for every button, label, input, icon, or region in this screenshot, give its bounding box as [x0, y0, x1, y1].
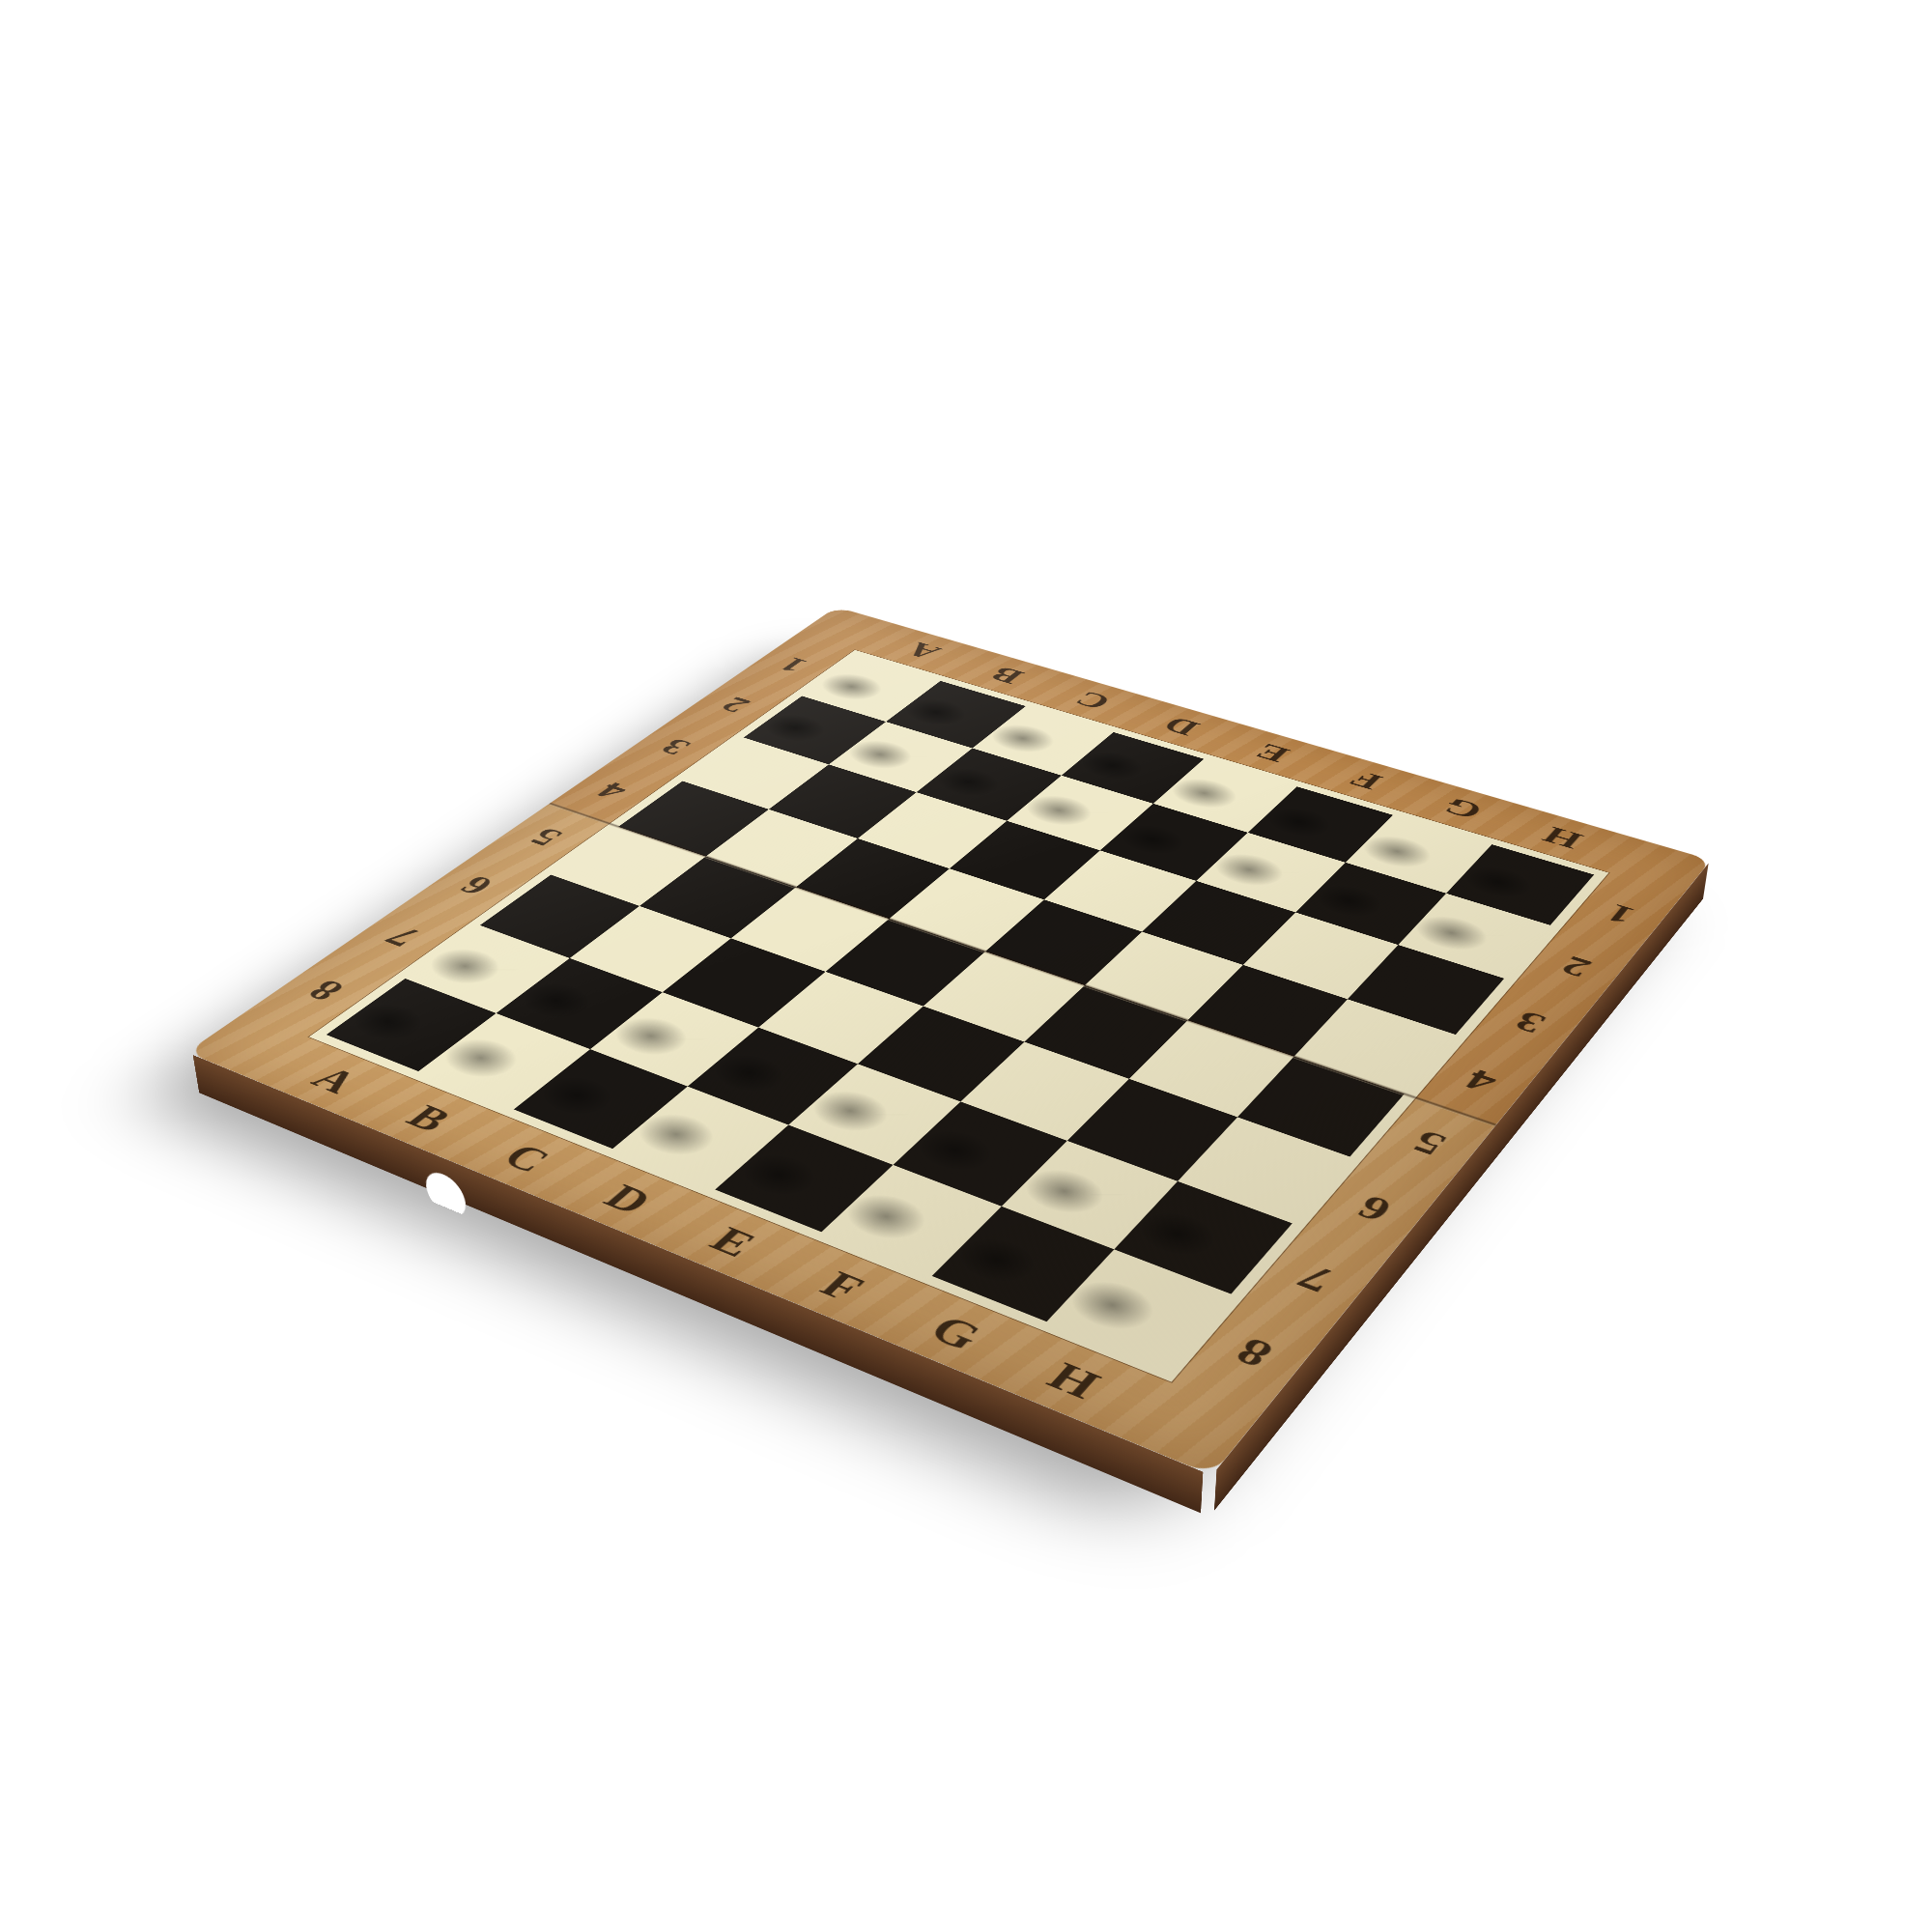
product-photo-canvas: AABBCCDDEEFFGGHH1122334455667788 ♜♞♝♚♛♝♞…: [0, 0, 1932, 1932]
chess-board: AABBCCDDEEFFGGHH1122334455667788 ♜♞♝♚♛♝♞…: [186, 607, 1711, 1475]
scene: AABBCCDDEEFFGGHH1122334455667788 ♜♞♝♚♛♝♞…: [0, 0, 1932, 1932]
black-rook-icon: ♜: [1072, 1105, 1207, 1315]
